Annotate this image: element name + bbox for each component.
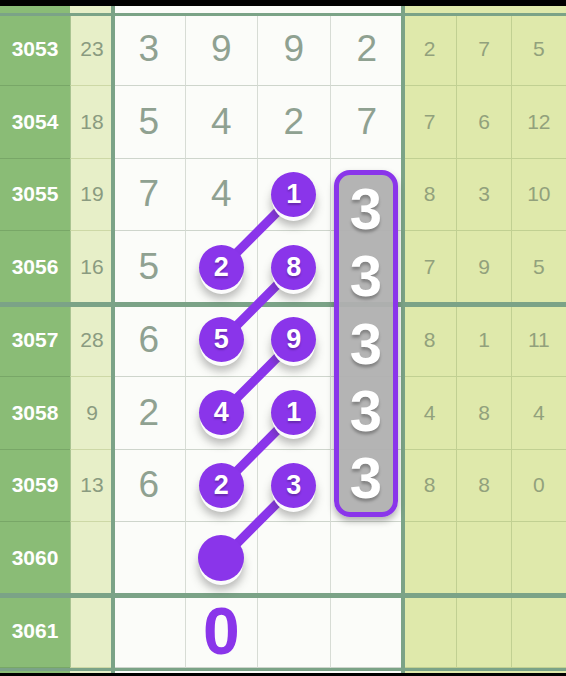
- main-digit-cell: [186, 522, 259, 595]
- edge-sliver: [113, 6, 186, 13]
- stat-cell: 8: [403, 304, 457, 377]
- edge-sliver: [403, 6, 457, 13]
- main-digit-cell: 7: [113, 159, 186, 232]
- edge-sliver: [457, 6, 511, 13]
- sum-cell: 16: [70, 231, 113, 304]
- period-cell: 3059: [0, 450, 70, 523]
- main-digit-cell: [331, 595, 404, 668]
- main-digit-cell: 4: [186, 159, 259, 232]
- stat-cell: 12: [512, 86, 566, 159]
- main-digit-cell: 5: [113, 86, 186, 159]
- main-digit-cell: 2: [331, 13, 404, 86]
- main-digit-cell: 5: [113, 231, 186, 304]
- circled-digit-label: 1: [286, 397, 301, 428]
- circled-digit: 1: [271, 390, 316, 435]
- main-digit-cell: 9: [258, 13, 331, 86]
- thick-grid-rule: [0, 593, 566, 598]
- stat-cell: 8: [403, 450, 457, 523]
- sum-cell: 13: [70, 450, 113, 523]
- stat-cell: [512, 595, 566, 668]
- main-digit-cell: 9: [258, 304, 331, 377]
- circled-digit-label: 2: [214, 252, 229, 283]
- main-digit-cell: 2: [113, 377, 186, 450]
- period-cell: 3061: [0, 595, 70, 668]
- stat-cell: 8: [403, 159, 457, 232]
- circled-digit: 1: [271, 172, 316, 217]
- edge-sliver: [512, 6, 566, 13]
- period-cell: 3060: [0, 522, 70, 595]
- circled-digit-label: 8: [286, 252, 301, 283]
- stat-cell: 8: [457, 377, 511, 450]
- circled-digit-label: 5: [214, 324, 229, 355]
- stat-cell: [512, 522, 566, 595]
- period-cell: 3056: [0, 231, 70, 304]
- circled-digit: 4: [199, 390, 244, 435]
- period-cell: 3058: [0, 377, 70, 450]
- stat-cell: 5: [512, 231, 566, 304]
- main-digit-cell: 0: [186, 595, 259, 668]
- stat-cell: 6: [457, 86, 511, 159]
- period-cell: 3054: [0, 86, 70, 159]
- stat-cell: [457, 522, 511, 595]
- stat-cell: 10: [512, 159, 566, 232]
- thick-grid-rule: [0, 13, 566, 16]
- circled-digit-label: 4: [214, 397, 229, 428]
- period-cell: 3053: [0, 13, 70, 86]
- stat-cell: 5: [512, 13, 566, 86]
- stat-cell: 7: [457, 13, 511, 86]
- edge-sliver: [331, 6, 404, 13]
- circled-digit: 5: [199, 317, 244, 362]
- circled-digit-label: 9: [286, 324, 301, 355]
- prediction-digit: 3: [339, 445, 393, 512]
- circled-digit-label: 2: [214, 470, 229, 501]
- stat-cell: [457, 595, 511, 668]
- stat-cell: 2: [403, 13, 457, 86]
- main-digit-cell: 5: [186, 304, 259, 377]
- circled-digit-label: 1: [286, 179, 301, 210]
- stat-cell: 7: [403, 231, 457, 304]
- stat-cell: 1: [457, 304, 511, 377]
- main-digit-cell: 2: [186, 450, 259, 523]
- thick-grid-rule: [0, 668, 566, 671]
- thick-grid-rule-vertical: [401, 6, 405, 673]
- sum-cell: 23: [70, 13, 113, 86]
- stat-cell: 7: [403, 86, 457, 159]
- thick-grid-rule-vertical: [111, 6, 115, 673]
- main-digit-cell: [258, 595, 331, 668]
- circled-digit: 8: [271, 245, 316, 290]
- next-draw-zero: 0: [203, 598, 240, 664]
- circled-digit-label: 3: [286, 470, 301, 501]
- sum-cell: [70, 595, 113, 668]
- circled-digit: 3: [271, 463, 316, 508]
- sum-cell: [70, 522, 113, 595]
- period-cell: 3057: [0, 304, 70, 377]
- prediction-column-overlay: 33333: [334, 170, 398, 517]
- circled-digit: 2: [199, 245, 244, 290]
- sum-cell: 19: [70, 159, 113, 232]
- edge-sliver: [0, 6, 70, 13]
- circled-digit: 9: [271, 317, 316, 362]
- main-digit-cell: [113, 595, 186, 668]
- main-digit-cell: 8: [258, 231, 331, 304]
- main-digit-cell: 3: [258, 450, 331, 523]
- prediction-digit: 3: [339, 175, 393, 242]
- stat-cell: 0: [512, 450, 566, 523]
- edge-sliver: [186, 6, 259, 13]
- stat-cell: 9: [457, 231, 511, 304]
- current-draw-dot: [198, 535, 244, 581]
- period-cell: 3055: [0, 159, 70, 232]
- main-digit-cell: [258, 522, 331, 595]
- main-digit-cell: 4: [186, 377, 259, 450]
- main-digit-cell: 2: [258, 86, 331, 159]
- stat-cell: 8: [457, 450, 511, 523]
- main-digit-cell: 1: [258, 377, 331, 450]
- main-digit-cell: 1: [258, 159, 331, 232]
- prediction-digit: 3: [339, 377, 393, 444]
- stat-cell: [403, 522, 457, 595]
- sum-cell: 28: [70, 304, 113, 377]
- sum-cell: 18: [70, 86, 113, 159]
- stat-cell: 3: [457, 159, 511, 232]
- main-digit-cell: 6: [113, 304, 186, 377]
- main-digit-cell: 7: [331, 86, 404, 159]
- prediction-digit: 3: [339, 242, 393, 309]
- sum-cell: 9: [70, 377, 113, 450]
- stat-cell: [403, 595, 457, 668]
- main-digit-cell: [113, 522, 186, 595]
- stat-cell: 11: [512, 304, 566, 377]
- main-digit-cell: 6: [113, 450, 186, 523]
- trend-chart-board: 3053233992275305418542776123055197418310…: [0, 6, 566, 673]
- main-digit-cell: 2: [186, 231, 259, 304]
- main-digit-cell: 3: [113, 13, 186, 86]
- edge-sliver: [258, 6, 331, 13]
- thick-grid-rule: [0, 302, 566, 307]
- stat-cell: 4: [403, 377, 457, 450]
- main-digit-cell: [331, 522, 404, 595]
- prediction-digit: 3: [339, 310, 393, 377]
- edge-sliver: [70, 6, 113, 13]
- main-digit-cell: 9: [186, 13, 259, 86]
- stat-cell: 4: [512, 377, 566, 450]
- main-digit-cell: 4: [186, 86, 259, 159]
- circled-digit: 2: [199, 463, 244, 508]
